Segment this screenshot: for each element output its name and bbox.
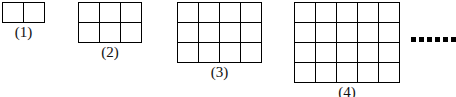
grid-cell: [100, 23, 120, 42]
figure-2-label: (2): [101, 46, 119, 59]
grid-cell: [121, 23, 141, 42]
figure-4-label: (4): [338, 86, 356, 97]
grid-cell: [316, 43, 336, 62]
grid-cell: [79, 23, 99, 42]
grid-cell: [379, 23, 399, 42]
grid-cell: [3, 3, 23, 22]
grid-cell: [220, 23, 240, 42]
grid-cell: [220, 3, 240, 22]
grid-cell: [241, 43, 261, 62]
figure-1: (1): [2, 2, 45, 39]
figure-1-grid: [2, 2, 45, 23]
grid-cell: [337, 23, 357, 42]
grid-cell: [379, 3, 399, 22]
grid-cell: [337, 63, 357, 82]
grid-cell: [358, 63, 378, 82]
grid-cell: [241, 23, 261, 42]
ellipsis-dot: [451, 37, 456, 42]
grid-cell: [79, 3, 99, 22]
grid-cell: [220, 43, 240, 62]
grid-cell: [295, 23, 315, 42]
grid-cell: [295, 63, 315, 82]
ellipsis-dot: [443, 37, 448, 42]
pattern-sequence-diagram: (1) (2) (3) (4): [0, 0, 456, 97]
figure-3: (3): [177, 2, 262, 79]
grid-cell: [316, 23, 336, 42]
figure-3-grid: [177, 2, 262, 63]
grid-cell: [358, 3, 378, 22]
grid-cell: [100, 3, 120, 22]
ellipsis-dot: [419, 37, 424, 42]
continuation-ellipsis: [411, 37, 456, 42]
grid-cell: [241, 3, 261, 22]
ellipsis-dot: [411, 37, 416, 42]
grid-cell: [178, 3, 198, 22]
grid-cell: [358, 23, 378, 42]
ellipsis-dot: [435, 37, 440, 42]
grid-cell: [199, 43, 219, 62]
grid-cell: [358, 43, 378, 62]
figure-3-label: (3): [211, 66, 229, 79]
figure-2-grid: [78, 2, 142, 43]
grid-cell: [295, 43, 315, 62]
figure-4: (4): [294, 2, 400, 97]
grid-cell: [337, 43, 357, 62]
ellipsis-dot: [427, 37, 432, 42]
grid-cell: [178, 23, 198, 42]
grid-cell: [295, 3, 315, 22]
figure-4-grid: [294, 2, 400, 83]
figure-1-label: (1): [15, 26, 33, 39]
grid-cell: [178, 43, 198, 62]
grid-cell: [379, 43, 399, 62]
grid-cell: [337, 3, 357, 22]
grid-cell: [316, 3, 336, 22]
grid-cell: [316, 63, 336, 82]
grid-cell: [24, 3, 44, 22]
grid-cell: [199, 23, 219, 42]
grid-cell: [379, 63, 399, 82]
figure-2: (2): [78, 2, 142, 59]
grid-cell: [199, 3, 219, 22]
grid-cell: [121, 3, 141, 22]
